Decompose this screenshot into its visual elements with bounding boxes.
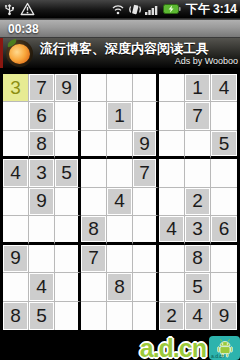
cell-r1c7[interactable] [159,74,185,102]
sudoku-board: 379146178954357942843697848585249 [0,68,240,333]
ad-left-edge [0,38,3,68]
peach-icon [6,40,33,67]
cell-r9c5[interactable] [107,302,133,330]
cell-r3c8[interactable] [185,131,211,159]
wifi-icon [111,3,125,16]
status-left-icons [3,2,35,16]
cell-r3c2[interactable]: 8 [29,131,55,159]
cell-r5c1[interactable] [3,188,29,216]
cell-r1c1[interactable]: 3 [3,74,29,102]
cell-r4c2[interactable]: 3 [29,159,55,187]
adcn-logo[interactable]: a.d.cn [140,334,206,360]
cell-r9c4[interactable] [81,302,107,330]
cell-r8c5[interactable]: 8 [107,273,133,301]
cell-r6c8[interactable]: 3 [185,216,211,244]
cell-r8c1[interactable] [3,273,29,301]
cell-r6c5[interactable] [107,216,133,244]
bottom-ad-banner[interactable]: a.d.cn a.d.cn [0,333,240,360]
clock-text: 下午 3:14 [184,1,237,18]
cell-r2c8[interactable]: 7 [185,102,211,130]
cell-r4c5[interactable] [107,159,133,187]
cell-r3c4[interactable] [81,131,107,159]
cell-r1c2[interactable]: 7 [29,74,55,102]
warning-icon [20,2,35,16]
cell-r8c8[interactable]: 5 [185,273,211,301]
cell-r9c9[interactable]: 9 [211,302,237,330]
status-right-icons: 下午 3:14 [111,1,237,18]
cell-r8c9[interactable] [211,273,237,301]
cell-r9c6[interactable] [133,302,159,330]
cell-r7c2[interactable] [29,245,55,273]
cell-r8c4[interactable] [81,273,107,301]
ad-banner[interactable]: 流行博客、深度内容阅读工具 Ads by Wooboo [0,38,240,68]
cell-r6c7[interactable]: 4 [159,216,185,244]
cell-r1c9[interactable]: 4 [211,74,237,102]
battery-icon [163,3,181,15]
cell-r7c8[interactable]: 8 [185,245,211,273]
cell-r6c1[interactable] [3,216,29,244]
phone-screen: 下午 3:14 00:38 流行博客、深度内容阅读工具 Ads by Woobo… [0,0,240,360]
cell-r3c6[interactable]: 9 [133,131,159,159]
cell-r2c9[interactable] [211,102,237,130]
cell-r4c1[interactable]: 4 [3,159,29,187]
cell-r4c7[interactable] [159,159,185,187]
cell-r7c6[interactable] [133,245,159,273]
cell-r6c9[interactable]: 6 [211,216,237,244]
cell-r2c7[interactable] [159,102,185,130]
cell-r8c3[interactable] [55,273,81,301]
cell-r6c2[interactable] [29,216,55,244]
ad-sponsor-label: Ads by Wooboo [175,56,238,66]
cell-r3c3[interactable] [55,131,81,159]
cell-r4c3[interactable]: 5 [55,159,81,187]
cell-r5c6[interactable] [133,188,159,216]
usb-icon [3,2,16,16]
cell-r8c6[interactable] [133,273,159,301]
cell-r7c4[interactable]: 7 [81,245,107,273]
cell-r6c3[interactable] [55,216,81,244]
cell-r5c5[interactable]: 4 [107,188,133,216]
cell-r9c1[interactable]: 8 [3,302,29,330]
cell-r5c3[interactable] [55,188,81,216]
cell-r1c6[interactable] [133,74,159,102]
cell-r2c2[interactable]: 6 [29,102,55,130]
cell-r3c5[interactable] [107,131,133,159]
cell-r7c7[interactable] [159,245,185,273]
cell-r5c9[interactable] [211,188,237,216]
cell-r1c3[interactable]: 9 [55,74,81,102]
cell-r2c5[interactable]: 1 [107,102,133,130]
cell-r9c7[interactable]: 2 [159,302,185,330]
cell-r4c4[interactable] [81,159,107,187]
cell-r5c4[interactable] [81,188,107,216]
cell-r4c6[interactable]: 7 [133,159,159,187]
cell-r1c8[interactable]: 1 [185,74,211,102]
cell-r1c4[interactable] [81,74,107,102]
cell-r8c2[interactable]: 4 [29,273,55,301]
cell-r7c9[interactable] [211,245,237,273]
cell-r1c5[interactable] [107,74,133,102]
cell-r5c7[interactable] [159,188,185,216]
ad-headline[interactable]: 流行博客、深度内容阅读工具 [40,41,240,56]
signal-icon [145,3,160,16]
cell-r8c7[interactable] [159,273,185,301]
cell-r2c6[interactable] [133,102,159,130]
cell-r9c2[interactable]: 5 [29,302,55,330]
cell-r9c8[interactable]: 4 [185,302,211,330]
cell-r7c1[interactable]: 9 [3,245,29,273]
cell-r7c5[interactable] [107,245,133,273]
cell-r7c3[interactable] [55,245,81,273]
cell-r2c4[interactable] [81,102,107,130]
android-robot-icon[interactable]: a.d.cn [209,336,240,360]
cell-r3c1[interactable] [3,131,29,159]
cell-r3c9[interactable]: 5 [211,131,237,159]
cell-r3c7[interactable] [159,131,185,159]
timer-bar: 00:38 [0,19,240,38]
game-timer: 00:38 [8,22,39,36]
cell-r5c2[interactable]: 9 [29,188,55,216]
cell-r2c1[interactable] [3,102,29,130]
cell-r2c3[interactable] [55,102,81,130]
cell-r4c9[interactable] [211,159,237,187]
cell-r9c3[interactable] [55,302,81,330]
vibrate-icon [128,3,142,16]
cell-r4c8[interactable] [185,159,211,187]
cell-r6c4[interactable]: 8 [81,216,107,244]
cell-r5c8[interactable]: 2 [185,188,211,216]
status-bar: 下午 3:14 [0,0,240,19]
cell-r6c6[interactable] [133,216,159,244]
